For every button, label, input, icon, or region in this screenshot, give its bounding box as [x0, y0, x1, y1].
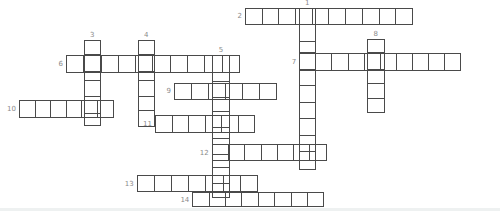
cell[interactable]	[209, 192, 226, 207]
cell[interactable]	[331, 53, 348, 70]
cell[interactable]	[307, 192, 324, 207]
cell[interactable]	[259, 83, 277, 100]
cell[interactable]	[293, 144, 310, 161]
cell[interactable]	[278, 8, 296, 25]
cell[interactable]	[223, 175, 241, 192]
clue-number-3: 3	[90, 32, 94, 39]
cell[interactable]	[274, 192, 291, 207]
word-2-across	[245, 8, 413, 25]
cell[interactable]	[97, 100, 114, 118]
cell[interactable]	[204, 55, 222, 73]
cell[interactable]	[395, 8, 413, 25]
cell[interactable]	[379, 8, 397, 25]
clue-number-12: 12	[200, 149, 209, 156]
bottom-edge-shade	[0, 208, 500, 211]
cell[interactable]	[118, 55, 136, 73]
cell[interactable]	[362, 8, 380, 25]
cell[interactable]	[171, 175, 189, 192]
word-12-across	[212, 144, 327, 161]
cell[interactable]	[138, 96, 156, 111]
cell[interactable]	[212, 144, 229, 161]
word-9-across	[174, 83, 277, 100]
cell[interactable]	[50, 100, 67, 118]
cell[interactable]	[242, 83, 260, 100]
cell[interactable]	[328, 8, 346, 25]
cell[interactable]	[262, 8, 280, 25]
cell[interactable]	[367, 39, 385, 53]
cell[interactable]	[174, 83, 192, 100]
word-14-across	[192, 192, 324, 207]
cell[interactable]	[135, 55, 153, 73]
cell[interactable]	[192, 192, 209, 207]
cell[interactable]	[83, 55, 101, 73]
cell[interactable]	[66, 100, 83, 118]
cell[interactable]	[240, 175, 258, 192]
word-11-across	[155, 115, 255, 133]
cell[interactable]	[138, 80, 156, 97]
word-10-across	[19, 100, 114, 118]
clue-number-4: 4	[144, 32, 148, 39]
cell[interactable]	[367, 83, 385, 99]
cell[interactable]	[299, 118, 317, 136]
cell[interactable]	[244, 144, 261, 161]
cell[interactable]	[258, 192, 275, 207]
cell[interactable]	[396, 53, 413, 70]
cell[interactable]	[225, 192, 242, 207]
cell[interactable]	[188, 115, 206, 133]
cell[interactable]	[172, 115, 190, 133]
cell[interactable]	[191, 83, 209, 100]
cell[interactable]	[238, 115, 256, 133]
cell[interactable]	[152, 55, 170, 73]
cell[interactable]	[187, 55, 205, 73]
word-8-down	[367, 39, 385, 113]
cell[interactable]	[277, 144, 294, 161]
clue-number-8: 8	[374, 31, 378, 38]
cell[interactable]	[225, 83, 243, 100]
cell[interactable]	[299, 24, 317, 42]
cell[interactable]	[208, 83, 226, 100]
clue-number-14: 14	[180, 196, 189, 203]
cell[interactable]	[299, 69, 317, 86]
cell[interactable]	[66, 55, 84, 73]
cell[interactable]	[312, 8, 330, 25]
cell[interactable]	[188, 175, 206, 192]
word-4-down	[138, 40, 156, 127]
cell[interactable]	[221, 115, 239, 133]
cell[interactable]	[299, 85, 317, 103]
cell[interactable]	[241, 192, 258, 207]
cell[interactable]	[228, 144, 245, 161]
cell[interactable]	[222, 55, 240, 73]
cell[interactable]	[170, 55, 188, 73]
clue-number-10: 10	[7, 105, 16, 112]
cell[interactable]	[299, 102, 317, 119]
clue-number-9: 9	[167, 88, 171, 95]
cell[interactable]	[315, 53, 332, 70]
cell[interactable]	[137, 175, 155, 192]
cell[interactable]	[345, 8, 363, 25]
cell[interactable]	[261, 144, 278, 161]
cell[interactable]	[35, 100, 52, 118]
cell[interactable]	[205, 115, 223, 133]
cell[interactable]	[299, 53, 316, 70]
clue-number-6: 6	[59, 60, 63, 67]
cell[interactable]	[101, 55, 119, 73]
cell[interactable]	[154, 175, 172, 192]
cell[interactable]	[295, 8, 313, 25]
cell[interactable]	[84, 80, 102, 97]
clue-number-11: 11	[143, 120, 152, 127]
cell[interactable]	[205, 175, 223, 192]
cell[interactable]	[348, 53, 365, 70]
cell[interactable]	[428, 53, 445, 70]
cell[interactable]	[84, 40, 102, 55]
crossword-board: 1234567891011121314	[0, 0, 500, 211]
cell[interactable]	[138, 40, 156, 55]
clue-number-13: 13	[125, 180, 134, 187]
cell[interactable]	[367, 52, 385, 69]
word-13-across	[137, 175, 258, 192]
cell[interactable]	[444, 53, 461, 70]
cell[interactable]	[19, 100, 36, 118]
cell[interactable]	[412, 53, 429, 70]
cell[interactable]	[81, 100, 98, 118]
clue-number-7: 7	[292, 59, 296, 66]
clue-number-2: 2	[238, 13, 242, 20]
cell[interactable]	[367, 69, 385, 85]
cell[interactable]	[309, 144, 326, 161]
cell[interactable]	[291, 192, 308, 207]
clue-number-1: 1	[305, 0, 309, 7]
word-6-across	[66, 55, 240, 73]
clue-number-5: 5	[219, 47, 223, 54]
cell[interactable]	[245, 8, 263, 25]
cell[interactable]	[367, 98, 385, 113]
cell[interactable]	[155, 115, 173, 133]
